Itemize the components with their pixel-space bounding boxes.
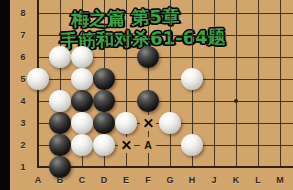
grid-line-v	[258, 0, 259, 168]
white-stone	[27, 68, 49, 90]
black-stone	[49, 112, 71, 134]
white-stone	[49, 46, 71, 68]
white-stone	[159, 112, 181, 134]
col-label: F	[141, 176, 155, 185]
col-label: L	[251, 176, 265, 185]
white-stone	[181, 134, 203, 156]
black-stone	[137, 46, 159, 68]
col-label: B	[53, 176, 67, 185]
row-label: 6	[16, 53, 30, 62]
white-stone	[93, 134, 115, 156]
grid-line-h	[38, 13, 293, 14]
white-stone	[71, 134, 93, 156]
grid-line-v	[214, 0, 215, 168]
row-label: 5	[16, 75, 30, 84]
mark-x	[118, 137, 134, 153]
row-label: 8	[16, 9, 30, 18]
point-label-text: A	[144, 140, 152, 151]
col-label: H	[185, 176, 199, 185]
black-stone	[137, 90, 159, 112]
mark-x	[140, 115, 156, 131]
white-stone	[71, 112, 93, 134]
black-stone	[93, 112, 115, 134]
grid-line-v	[280, 0, 281, 168]
white-stone	[181, 68, 203, 90]
col-label: G	[163, 176, 177, 185]
black-stone	[93, 90, 115, 112]
grid-line-v	[170, 0, 171, 168]
grid-line-h	[38, 35, 293, 36]
col-label: D	[97, 176, 111, 185]
white-stone	[115, 112, 137, 134]
col-label: C	[75, 176, 89, 185]
grid-line-v	[236, 0, 237, 168]
row-label: 2	[16, 141, 30, 150]
letterbox-left-bar	[0, 0, 10, 190]
white-stone	[71, 46, 93, 68]
row-label: 1	[16, 163, 30, 172]
grid-line-h	[38, 166, 293, 168]
col-label: M	[273, 176, 287, 185]
col-label: K	[229, 176, 243, 185]
row-label: 7	[16, 31, 30, 40]
black-stone	[71, 90, 93, 112]
row-label: 3	[16, 119, 30, 128]
screen: 梅之篇 第5章 手筋和对杀61-64题 A87654321ABCDEFGHJKL…	[0, 0, 293, 190]
col-label: J	[207, 176, 221, 185]
star-point	[234, 99, 238, 103]
white-stone	[71, 68, 93, 90]
white-stone	[49, 90, 71, 112]
col-label: E	[119, 176, 133, 185]
row-label: 4	[16, 97, 30, 106]
black-stone	[49, 134, 71, 156]
black-stone	[93, 68, 115, 90]
col-label: A	[31, 176, 45, 185]
mark-label-a: A	[140, 137, 156, 153]
